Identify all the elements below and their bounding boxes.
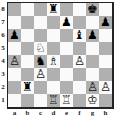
square-b5[interactable]	[21, 42, 34, 55]
square-e5[interactable]	[60, 42, 73, 55]
piece-white-pawn: ♙	[9, 55, 20, 68]
square-d4[interactable]: ♗	[47, 55, 60, 68]
square-d2[interactable]	[47, 81, 60, 94]
piece-white-rook: ♖	[48, 94, 59, 107]
square-d8[interactable]: ♜	[47, 3, 60, 16]
rank-label-1: 1	[0, 94, 6, 107]
piece-white-rook: ♖	[61, 94, 72, 107]
square-g5[interactable]	[86, 42, 99, 55]
square-e6[interactable]	[60, 29, 73, 42]
square-a7[interactable]	[8, 16, 21, 29]
square-f3[interactable]	[73, 68, 86, 81]
square-b7[interactable]	[21, 16, 34, 29]
square-c3[interactable]: ♙	[34, 68, 47, 81]
piece-white-bishop: ♗	[48, 55, 59, 68]
square-d6[interactable]	[47, 29, 60, 42]
piece-white-pawn: ♙	[100, 81, 111, 94]
rank-label-4: 4	[0, 55, 6, 68]
piece-black-rook: ♜	[48, 3, 59, 16]
piece-white-knight: ♘	[35, 42, 46, 55]
square-f8[interactable]	[73, 3, 86, 16]
square-b2[interactable]: ♜	[21, 81, 34, 94]
square-h7[interactable]: ♟	[99, 16, 112, 29]
file-label-a: a	[8, 109, 21, 118]
square-d3[interactable]	[47, 68, 60, 81]
chess-diagram: ♜♚♟♟♟♝♟♘♙♞♗♙♙♜♙♙♖♖♔ 87654321 abcdefgh	[0, 0, 118, 118]
piece-white-pawn: ♙	[74, 55, 85, 68]
square-d5[interactable]	[47, 42, 60, 55]
rank-label-6: 6	[0, 29, 6, 42]
square-g1[interactable]: ♔	[86, 94, 99, 107]
rank-label-2: 2	[0, 81, 6, 94]
file-label-d: d	[47, 109, 60, 118]
square-a1[interactable]	[8, 94, 21, 107]
piece-black-pawn: ♟	[9, 29, 20, 42]
square-c6[interactable]	[34, 29, 47, 42]
square-f1[interactable]	[73, 94, 86, 107]
square-f6[interactable]: ♝	[73, 29, 86, 42]
square-e3[interactable]	[60, 68, 73, 81]
square-g7[interactable]	[86, 16, 99, 29]
square-e8[interactable]	[60, 3, 73, 16]
square-f4[interactable]: ♙	[73, 55, 86, 68]
square-a3[interactable]	[8, 68, 21, 81]
piece-black-bishop: ♝	[74, 29, 85, 42]
square-b3[interactable]	[21, 68, 34, 81]
piece-black-pawn: ♟	[100, 16, 111, 29]
square-a2[interactable]	[8, 81, 21, 94]
file-label-b: b	[21, 109, 34, 118]
square-e4[interactable]	[60, 55, 73, 68]
rank-label-5: 5	[0, 42, 6, 55]
square-a6[interactable]: ♟	[8, 29, 21, 42]
piece-black-pawn: ♟	[87, 29, 98, 42]
square-e1[interactable]: ♖	[60, 94, 73, 107]
square-h6[interactable]	[99, 29, 112, 42]
square-h4[interactable]	[99, 55, 112, 68]
square-d1[interactable]: ♖	[47, 94, 60, 107]
square-e2[interactable]	[60, 81, 73, 94]
piece-black-pawn: ♟	[61, 16, 72, 29]
piece-white-king: ♔	[87, 94, 98, 107]
square-c1[interactable]	[34, 94, 47, 107]
rank-label-8: 8	[0, 3, 6, 16]
square-b4[interactable]	[21, 55, 34, 68]
square-f7[interactable]	[73, 16, 86, 29]
square-a8[interactable]	[8, 3, 21, 16]
square-c7[interactable]	[34, 16, 47, 29]
piece-black-rook: ♜	[22, 81, 33, 94]
square-h8[interactable]	[99, 3, 112, 16]
file-label-c: c	[34, 109, 47, 118]
square-c8[interactable]	[34, 3, 47, 16]
file-label-h: h	[99, 109, 112, 118]
square-h3[interactable]	[99, 68, 112, 81]
file-label-e: e	[60, 109, 73, 118]
rank-label-3: 3	[0, 68, 6, 81]
square-c5[interactable]: ♘	[34, 42, 47, 55]
square-b8[interactable]	[21, 3, 34, 16]
piece-black-king: ♚	[87, 3, 98, 16]
piece-white-pawn: ♙	[87, 81, 98, 94]
square-g4[interactable]	[86, 55, 99, 68]
square-g8[interactable]: ♚	[86, 3, 99, 16]
square-h5[interactable]	[99, 42, 112, 55]
square-d7[interactable]	[47, 16, 60, 29]
rank-label-7: 7	[0, 16, 6, 29]
square-b1[interactable]	[21, 94, 34, 107]
square-c2[interactable]	[34, 81, 47, 94]
square-e7[interactable]: ♟	[60, 16, 73, 29]
square-c4[interactable]: ♞	[34, 55, 47, 68]
piece-white-pawn: ♙	[35, 68, 46, 81]
chess-board: ♜♚♟♟♟♝♟♘♙♞♗♙♙♜♙♙♖♖♔	[7, 2, 114, 109]
square-a5[interactable]	[8, 42, 21, 55]
file-label-g: g	[86, 109, 99, 118]
square-f2[interactable]	[73, 81, 86, 94]
piece-black-knight: ♞	[35, 55, 46, 68]
square-f5[interactable]	[73, 42, 86, 55]
square-a4[interactable]: ♙	[8, 55, 21, 68]
square-g2[interactable]: ♙	[86, 81, 99, 94]
square-g6[interactable]: ♟	[86, 29, 99, 42]
square-h2[interactable]: ♙	[99, 81, 112, 94]
square-g3[interactable]	[86, 68, 99, 81]
square-h1[interactable]	[99, 94, 112, 107]
file-label-f: f	[73, 109, 86, 118]
square-b6[interactable]	[21, 29, 34, 42]
